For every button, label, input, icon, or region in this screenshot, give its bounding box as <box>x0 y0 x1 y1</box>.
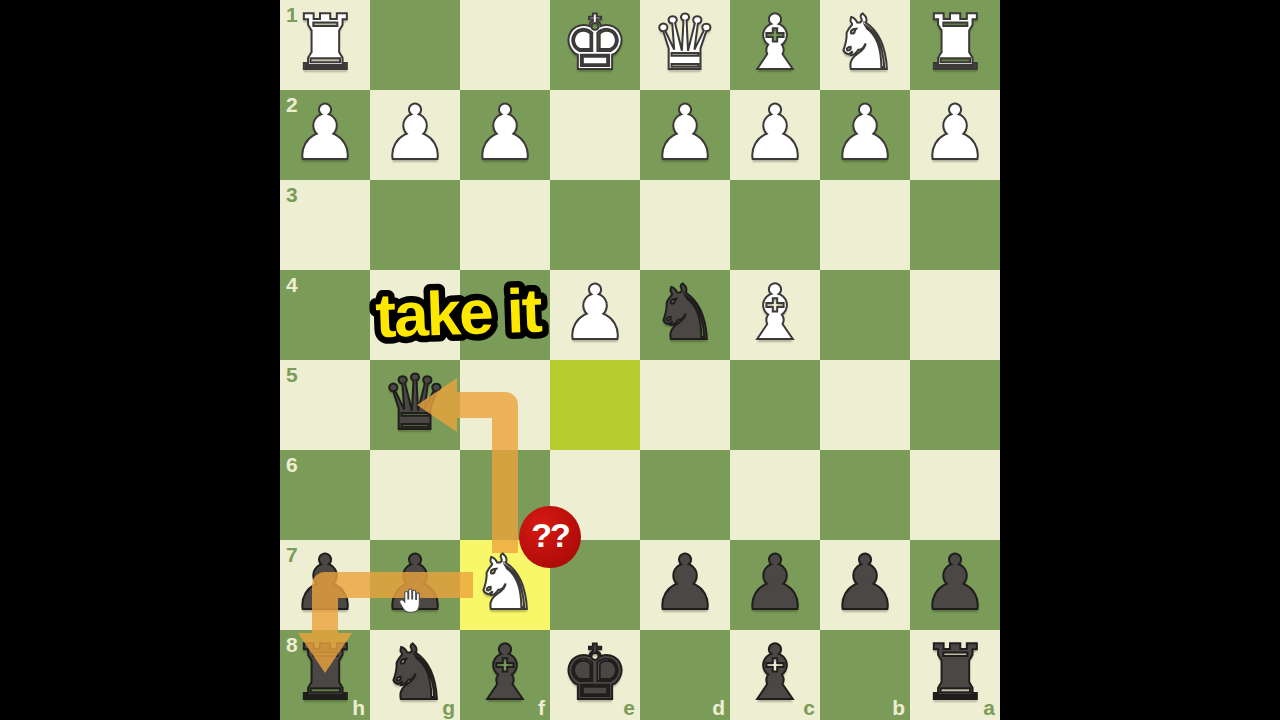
square-g8[interactable]: g♞ <box>370 630 460 720</box>
white-rook-a1[interactable]: ♜ <box>910 0 1000 90</box>
square-g6[interactable] <box>370 450 460 540</box>
square-e8[interactable]: e♚ <box>550 630 640 720</box>
black-pawn-d7[interactable]: ♟ <box>640 540 730 630</box>
square-d5[interactable] <box>640 360 730 450</box>
square-a4[interactable] <box>910 270 1000 360</box>
square-d3[interactable] <box>640 180 730 270</box>
square-c2[interactable]: ♟ <box>730 90 820 180</box>
square-g2[interactable]: ♟ <box>370 90 460 180</box>
white-pawn-b2[interactable]: ♟ <box>820 90 910 180</box>
square-a2[interactable]: ♟ <box>910 90 1000 180</box>
white-pawn-g2[interactable]: ♟ <box>370 90 460 180</box>
rank-label-3: 3 <box>286 184 298 205</box>
square-d1[interactable]: ♛ <box>640 0 730 90</box>
square-d7[interactable]: ♟ <box>640 540 730 630</box>
square-g4[interactable] <box>370 270 460 360</box>
square-b2[interactable]: ♟ <box>820 90 910 180</box>
square-e3[interactable] <box>550 180 640 270</box>
white-bishop-c1[interactable]: ♝ <box>730 0 820 90</box>
file-label-c: c <box>803 697 815 718</box>
file-label-b: b <box>892 697 905 718</box>
square-c4[interactable]: ♝ <box>730 270 820 360</box>
square-a1[interactable]: ♜ <box>910 0 1000 90</box>
square-a8[interactable]: a♜ <box>910 630 1000 720</box>
square-b3[interactable] <box>820 180 910 270</box>
square-c1[interactable]: ♝ <box>730 0 820 90</box>
square-h5[interactable]: 5 <box>280 360 370 450</box>
square-e5[interactable] <box>550 360 640 450</box>
square-b4[interactable] <box>820 270 910 360</box>
square-h4[interactable]: 4 <box>280 270 370 360</box>
square-b6[interactable] <box>820 450 910 540</box>
file-label-a: a <box>983 697 995 718</box>
black-pawn-c7[interactable]: ♟ <box>730 540 820 630</box>
chess-board: 1♜♚♛♝♞♜2♟♟♟♟♟♟♟34♟♞♝5♛67♟♟♞♟♟♟♟8h♜g♞f♝e♚… <box>280 0 1000 720</box>
square-g5[interactable]: ♛ <box>370 360 460 450</box>
square-d2[interactable]: ♟ <box>640 90 730 180</box>
square-b5[interactable] <box>820 360 910 450</box>
rank-label-5: 5 <box>286 364 298 385</box>
file-label-h: h <box>352 697 365 718</box>
video-frame: 1♜♚♛♝♞♜2♟♟♟♟♟♟♟34♟♞♝5♛67♟♟♞♟♟♟♟8h♜g♞f♝e♚… <box>0 0 1280 720</box>
square-f5[interactable] <box>460 360 550 450</box>
square-g3[interactable] <box>370 180 460 270</box>
square-e4[interactable]: ♟ <box>550 270 640 360</box>
white-knight-b1[interactable]: ♞ <box>820 0 910 90</box>
rank-label-6: 6 <box>286 454 298 475</box>
black-pawn-a7[interactable]: ♟ <box>910 540 1000 630</box>
white-queen-d1[interactable]: ♛ <box>640 0 730 90</box>
black-bishop-f8[interactable]: ♝ <box>460 630 550 720</box>
square-f3[interactable] <box>460 180 550 270</box>
file-label-g: g <box>442 697 455 718</box>
white-king-e1[interactable]: ♚ <box>550 0 640 90</box>
square-h6[interactable]: 6 <box>280 450 370 540</box>
file-label-f: f <box>538 697 545 718</box>
square-b7[interactable]: ♟ <box>820 540 910 630</box>
white-pawn-d2[interactable]: ♟ <box>640 90 730 180</box>
rank-label-1: 1 <box>286 4 298 25</box>
square-g1[interactable] <box>370 0 460 90</box>
blunder-badge: ?? <box>519 506 581 568</box>
square-e1[interactable]: ♚ <box>550 0 640 90</box>
square-a5[interactable] <box>910 360 1000 450</box>
white-pawn-e4[interactable]: ♟ <box>550 270 640 360</box>
square-c7[interactable]: ♟ <box>730 540 820 630</box>
square-e2[interactable] <box>550 90 640 180</box>
white-pawn-c2[interactable]: ♟ <box>730 90 820 180</box>
square-b8[interactable]: b <box>820 630 910 720</box>
rank-label-2: 2 <box>286 94 298 115</box>
white-pawn-f2[interactable]: ♟ <box>460 90 550 180</box>
rank-label-4: 4 <box>286 274 298 295</box>
black-queen-g5[interactable]: ♛ <box>370 360 460 450</box>
square-d6[interactable] <box>640 450 730 540</box>
square-a7[interactable]: ♟ <box>910 540 1000 630</box>
square-h7[interactable]: 7♟ <box>280 540 370 630</box>
square-a6[interactable] <box>910 450 1000 540</box>
square-d4[interactable]: ♞ <box>640 270 730 360</box>
square-c5[interactable] <box>730 360 820 450</box>
black-pawn-b7[interactable]: ♟ <box>820 540 910 630</box>
square-f4[interactable] <box>460 270 550 360</box>
white-pawn-a2[interactable]: ♟ <box>910 90 1000 180</box>
file-label-e: e <box>623 697 635 718</box>
square-a3[interactable] <box>910 180 1000 270</box>
square-c3[interactable] <box>730 180 820 270</box>
square-f8[interactable]: f♝ <box>460 630 550 720</box>
square-h3[interactable]: 3 <box>280 180 370 270</box>
file-label-d: d <box>712 697 725 718</box>
square-c6[interactable] <box>730 450 820 540</box>
blunder-badge-label: ?? <box>531 516 569 558</box>
square-f2[interactable]: ♟ <box>460 90 550 180</box>
black-pawn-g7[interactable]: ♟ <box>370 540 460 630</box>
square-h2[interactable]: 2♟ <box>280 90 370 180</box>
square-b1[interactable]: ♞ <box>820 0 910 90</box>
square-c8[interactable]: c♝ <box>730 630 820 720</box>
white-bishop-c4[interactable]: ♝ <box>730 270 820 360</box>
square-h8[interactable]: 8h♜ <box>280 630 370 720</box>
square-g7[interactable]: ♟ <box>370 540 460 630</box>
rank-label-8: 8 <box>286 634 298 655</box>
square-d8[interactable]: d <box>640 630 730 720</box>
square-f1[interactable] <box>460 0 550 90</box>
black-knight-d4[interactable]: ♞ <box>640 270 730 360</box>
square-h1[interactable]: 1♜ <box>280 0 370 90</box>
rank-label-7: 7 <box>286 544 298 565</box>
